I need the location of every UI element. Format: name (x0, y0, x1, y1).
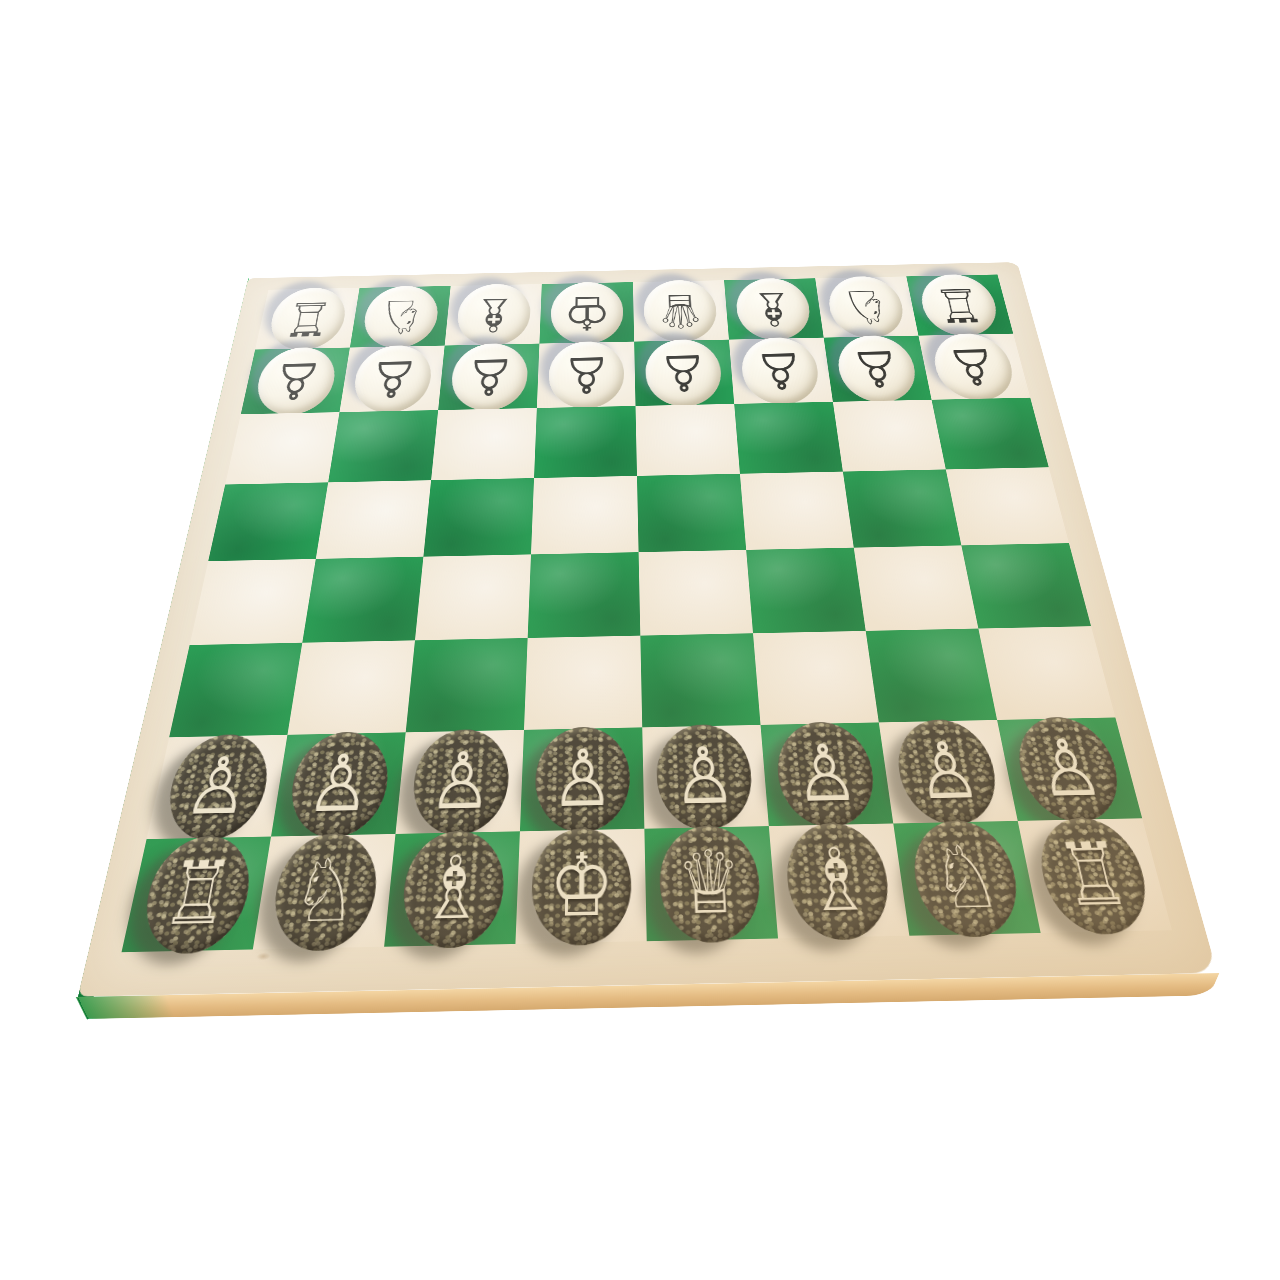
square-a2[interactable]: ♙ (918, 334, 1030, 400)
square-c5[interactable] (746, 548, 866, 634)
square-h5[interactable] (190, 559, 316, 645)
piece-glyph: ♕ (675, 839, 744, 927)
square-d5[interactable] (639, 550, 753, 636)
square-e8[interactable]: ♔ (515, 829, 646, 944)
piece-black-bishop[interactable]: ♗ (783, 822, 895, 941)
piece-glyph: ♙ (561, 349, 611, 400)
square-g2[interactable]: ♙ (339, 346, 444, 413)
square-g7[interactable]: ♙ (271, 732, 406, 836)
piece-glyph: ♙ (463, 351, 516, 402)
piece-glyph: ♙ (943, 341, 1004, 391)
piece-white-pawn[interactable]: ♙ (449, 343, 529, 412)
square-b6[interactable] (866, 629, 997, 723)
square-f2[interactable]: ♙ (438, 344, 539, 411)
square-a1[interactable]: ♖ (906, 274, 1013, 335)
piece-glyph: ♙ (365, 353, 421, 404)
square-e2[interactable]: ♙ (537, 342, 636, 408)
square-a4[interactable] (946, 467, 1069, 545)
piece-black-pawn[interactable]: ♙ (1010, 716, 1129, 823)
square-g3[interactable] (328, 410, 438, 482)
piece-white-knight[interactable]: ♘ (360, 285, 440, 348)
square-g1[interactable]: ♘ (350, 286, 451, 348)
piece-glyph: ♙ (303, 744, 375, 824)
board-surface: ♖♘♗♔♕♗♘♖♙♙♙♙♙♙♙♙♙♙♙♙♙♙♙♙♖♘♗♔♕♗♘♖ (78, 262, 1218, 997)
piece-black-pawn[interactable]: ♙ (774, 721, 880, 828)
board-grid: ♖♘♗♔♕♗♘♖♙♙♙♙♙♙♙♙♙♙♙♙♙♙♙♙♖♘♗♔♕♗♘♖ (122, 274, 1172, 952)
piece-black-queen[interactable]: ♕ (658, 824, 763, 943)
square-a7[interactable]: ♙ (997, 717, 1142, 820)
square-d7[interactable]: ♙ (642, 725, 769, 829)
piece-glyph: ♙ (267, 355, 326, 406)
piece-white-knight[interactable]: ♘ (825, 276, 908, 339)
square-e1[interactable]: ♔ (539, 282, 634, 343)
piece-white-pawn[interactable]: ♙ (645, 339, 724, 407)
square-c4[interactable] (740, 472, 854, 550)
square-f3[interactable] (431, 408, 537, 480)
square-c3[interactable] (734, 402, 843, 474)
square-b3[interactable] (833, 400, 946, 472)
piece-glyph: ♗ (418, 844, 489, 932)
square-a8[interactable]: ♖ (1018, 818, 1172, 933)
piece-glyph: ♙ (672, 737, 738, 816)
piece-black-pawn[interactable]: ♙ (409, 728, 511, 835)
piece-black-pawn[interactable]: ♙ (655, 723, 755, 830)
piece-white-pawn[interactable]: ♙ (548, 341, 625, 409)
square-f8[interactable]: ♗ (384, 831, 520, 946)
piece-black-rook[interactable]: ♖ (1031, 817, 1158, 935)
square-c7[interactable]: ♙ (761, 722, 894, 826)
square-g5[interactable] (302, 557, 423, 643)
square-h1[interactable]: ♖ (255, 288, 359, 350)
square-c6[interactable] (753, 631, 879, 725)
square-h2[interactable]: ♙ (241, 348, 350, 415)
square-f6[interactable] (406, 638, 528, 732)
piece-black-pawn[interactable]: ♙ (285, 731, 393, 838)
square-b4[interactable] (843, 469, 961, 547)
square-e7[interactable]: ♙ (520, 727, 644, 831)
square-d6[interactable] (640, 633, 760, 727)
piece-glyph: ♔ (563, 289, 611, 336)
piece-glyph: ♘ (926, 834, 1006, 922)
piece-white-king[interactable]: ♔ (550, 281, 624, 344)
square-g6[interactable] (287, 640, 415, 734)
photo-canvas: ♖♘♗♔♕♗♘♖♙♙♙♙♙♙♙♙♙♙♙♙♙♙♙♙♖♘♗♔♕♗♘♖ (0, 0, 1280, 1280)
piece-glyph: ♙ (791, 734, 861, 813)
square-h7[interactable]: ♙ (147, 735, 288, 839)
square-b7[interactable]: ♙ (879, 720, 1018, 824)
square-d4[interactable] (637, 474, 746, 552)
square-b8[interactable]: ♘ (893, 821, 1040, 936)
piece-glyph: ♗ (801, 836, 876, 924)
piece-white-rook[interactable]: ♖ (265, 287, 349, 350)
square-a6[interactable] (978, 626, 1115, 720)
square-d2[interactable]: ♙ (634, 340, 734, 406)
piece-black-rook[interactable]: ♖ (136, 835, 258, 954)
perspective-scene: ♖♘♗♔♕♗♘♖♙♙♙♙♙♙♙♙♙♙♙♙♙♙♙♙♖♘♗♔♕♗♘♖ (54, 0, 1218, 997)
piece-glyph: ♙ (753, 345, 808, 396)
piece-black-pawn[interactable]: ♙ (160, 733, 274, 841)
square-d1[interactable]: ♕ (633, 280, 729, 341)
piece-glyph: ♙ (551, 739, 614, 818)
square-h8[interactable]: ♖ (122, 837, 272, 953)
chess-board[interactable]: ♖♘♗♔♕♗♘♖♙♙♙♙♙♙♙♙♙♙♙♙♙♙♙♙♖♘♗♔♕♗♘♖ (78, 262, 1218, 997)
square-g4[interactable] (316, 480, 431, 559)
piece-glyph: ♘ (839, 283, 894, 330)
square-b2[interactable]: ♙ (824, 336, 932, 402)
piece-glyph: ♖ (280, 295, 336, 342)
square-e3[interactable] (534, 406, 637, 478)
piece-black-pawn[interactable]: ♙ (892, 718, 1004, 825)
piece-glyph: ♙ (910, 732, 985, 811)
board-tilt-wrapper: ♖♘♗♔♕♗♘♖♙♙♙♙♙♙♙♙♙♙♙♙♙♙♙♙♖♘♗♔♕♗♘♖ (0, 0, 1280, 1280)
piece-black-king[interactable]: ♔ (530, 827, 632, 946)
piece-glyph: ♙ (427, 742, 494, 822)
square-c8[interactable]: ♗ (769, 823, 910, 938)
piece-white-rook[interactable]: ♖ (916, 274, 1003, 337)
square-c1[interactable]: ♗ (724, 278, 824, 339)
square-b5[interactable] (854, 545, 979, 631)
piece-white-bishop[interactable]: ♗ (734, 277, 813, 340)
square-a3[interactable] (932, 398, 1049, 470)
piece-white-bishop[interactable]: ♗ (455, 283, 531, 346)
piece-black-knight[interactable]: ♘ (907, 819, 1026, 937)
square-h4[interactable] (208, 482, 328, 561)
piece-white-pawn[interactable]: ♙ (929, 333, 1020, 401)
piece-white-pawn[interactable]: ♙ (252, 347, 340, 416)
square-e4[interactable] (531, 476, 639, 555)
piece-black-knight[interactable]: ♘ (267, 832, 382, 951)
square-d3[interactable] (636, 404, 740, 476)
piece-white-pawn[interactable]: ♙ (834, 335, 921, 403)
piece-glyph: ♗ (747, 285, 799, 332)
square-e6[interactable] (524, 636, 642, 730)
piece-glyph: ♙ (658, 347, 710, 398)
square-e5[interactable] (528, 552, 641, 638)
square-b1[interactable]: ♘ (815, 276, 918, 337)
square-f7[interactable]: ♙ (395, 730, 524, 834)
piece-black-bishop[interactable]: ♗ (399, 830, 506, 949)
piece-glyph: ♖ (157, 849, 239, 938)
square-h6[interactable] (169, 643, 302, 738)
piece-glyph: ♗ (469, 291, 519, 338)
square-a5[interactable] (961, 543, 1091, 628)
piece-white-pawn[interactable]: ♙ (739, 337, 822, 405)
piece-black-pawn[interactable]: ♙ (534, 726, 631, 833)
square-f1[interactable]: ♗ (445, 284, 542, 346)
square-h3[interactable] (225, 412, 339, 484)
square-c2[interactable]: ♙ (729, 338, 833, 404)
piece-glyph: ♙ (180, 747, 257, 827)
piece-glyph: ♘ (374, 293, 427, 340)
piece-glyph: ♙ (1029, 729, 1109, 808)
piece-glyph: ♖ (1051, 831, 1136, 919)
piece-glyph: ♕ (656, 287, 706, 334)
square-d8[interactable]: ♕ (644, 826, 778, 941)
piece-glyph: ♙ (848, 343, 906, 394)
piece-white-pawn[interactable]: ♙ (350, 345, 434, 414)
square-g8[interactable]: ♘ (253, 834, 396, 950)
square-f5[interactable] (415, 554, 531, 640)
piece-white-queen[interactable]: ♕ (643, 279, 718, 342)
square-f4[interactable] (423, 478, 534, 557)
piece-glyph: ♘ (287, 847, 363, 935)
piece-glyph: ♖ (930, 281, 988, 328)
piece-glyph: ♔ (548, 842, 614, 930)
